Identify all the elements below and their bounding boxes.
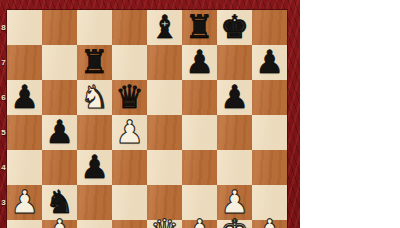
rank-label-6: 6 <box>0 80 7 115</box>
square-e2[interactable]: ♛ <box>147 220 182 228</box>
rank-label-7: 7 <box>0 45 7 80</box>
black-rook-piece[interactable]: ♜ <box>80 45 109 80</box>
square-c4[interactable]: ♟ <box>77 150 112 185</box>
square-h5[interactable] <box>252 115 287 150</box>
rank-labels: 876543 <box>0 10 7 220</box>
square-c7[interactable]: ♜ <box>77 45 112 80</box>
square-b5[interactable]: ♟ <box>42 115 77 150</box>
square-h6[interactable] <box>252 80 287 115</box>
square-c3[interactable] <box>77 185 112 220</box>
square-d3[interactable] <box>112 185 147 220</box>
black-rook-piece[interactable]: ♜ <box>185 10 214 45</box>
black-king-piece[interactable]: ♚ <box>220 10 249 45</box>
white-pawn-piece[interactable]: ♟ <box>10 185 39 220</box>
square-f8[interactable]: ♜ <box>182 10 217 45</box>
square-c8[interactable] <box>77 10 112 45</box>
chess-board: ♝♜♚♜♟♟♟♞♛♟♟♟♟♟♞♟♟♛♟♚♟ <box>7 10 287 228</box>
square-g6[interactable]: ♟ <box>217 80 252 115</box>
square-g2[interactable]: ♚ <box>217 220 252 228</box>
rank-label-8: 8 <box>0 10 7 45</box>
black-queen-piece[interactable]: ♛ <box>115 80 144 115</box>
white-pawn-piece[interactable]: ♟ <box>255 214 284 228</box>
black-pawn-piece[interactable]: ♟ <box>185 45 214 80</box>
black-pawn-piece[interactable]: ♟ <box>45 115 74 150</box>
black-pawn-piece[interactable]: ♟ <box>10 80 39 115</box>
square-d5[interactable]: ♟ <box>112 115 147 150</box>
white-pawn-piece[interactable]: ♟ <box>115 115 144 150</box>
rank-label-5: 5 <box>0 115 7 150</box>
square-f6[interactable] <box>182 80 217 115</box>
square-c5[interactable] <box>77 115 112 150</box>
square-g7[interactable] <box>217 45 252 80</box>
white-pawn-piece[interactable]: ♟ <box>45 214 74 228</box>
white-king-piece[interactable]: ♚ <box>220 214 249 228</box>
square-a3[interactable]: ♟ <box>7 185 42 220</box>
black-pawn-piece[interactable]: ♟ <box>255 45 284 80</box>
black-bishop-piece[interactable]: ♝ <box>150 10 179 45</box>
square-b6[interactable] <box>42 80 77 115</box>
square-b4[interactable] <box>42 150 77 185</box>
rank-label-3: 3 <box>0 185 7 220</box>
square-g8[interactable]: ♚ <box>217 10 252 45</box>
square-a4[interactable] <box>7 150 42 185</box>
square-a2[interactable] <box>7 220 42 228</box>
white-knight-piece[interactable]: ♞ <box>80 80 109 115</box>
black-pawn-piece[interactable]: ♟ <box>80 150 109 185</box>
square-f4[interactable] <box>182 150 217 185</box>
square-f7[interactable]: ♟ <box>182 45 217 80</box>
white-pawn-piece[interactable]: ♟ <box>185 214 214 228</box>
square-g4[interactable] <box>217 150 252 185</box>
square-h4[interactable] <box>252 150 287 185</box>
square-d4[interactable] <box>112 150 147 185</box>
square-a5[interactable] <box>7 115 42 150</box>
square-h7[interactable]: ♟ <box>252 45 287 80</box>
rank-label-4: 4 <box>0 150 7 185</box>
square-b8[interactable] <box>42 10 77 45</box>
square-a7[interactable] <box>7 45 42 80</box>
square-e6[interactable] <box>147 80 182 115</box>
square-d8[interactable] <box>112 10 147 45</box>
black-pawn-piece[interactable]: ♟ <box>220 80 249 115</box>
square-d2[interactable] <box>112 220 147 228</box>
square-a8[interactable] <box>7 10 42 45</box>
square-f5[interactable] <box>182 115 217 150</box>
square-e5[interactable] <box>147 115 182 150</box>
square-c2[interactable] <box>77 220 112 228</box>
chess-diagram: ♝♜♚♜♟♟♟♞♛♟♟♟♟♟♞♟♟♛♟♚♟ 876543 <box>0 0 400 228</box>
square-d6[interactable]: ♛ <box>112 80 147 115</box>
square-e4[interactable] <box>147 150 182 185</box>
square-e8[interactable]: ♝ <box>147 10 182 45</box>
square-b7[interactable] <box>42 45 77 80</box>
white-queen-piece[interactable]: ♛ <box>150 214 179 228</box>
page-background <box>300 0 400 228</box>
square-h2[interactable]: ♟ <box>252 220 287 228</box>
square-b2[interactable]: ♟ <box>42 220 77 228</box>
square-f2[interactable]: ♟ <box>182 220 217 228</box>
square-e7[interactable] <box>147 45 182 80</box>
square-c6[interactable]: ♞ <box>77 80 112 115</box>
square-g5[interactable] <box>217 115 252 150</box>
square-d7[interactable] <box>112 45 147 80</box>
square-a6[interactable]: ♟ <box>7 80 42 115</box>
square-h8[interactable] <box>252 10 287 45</box>
